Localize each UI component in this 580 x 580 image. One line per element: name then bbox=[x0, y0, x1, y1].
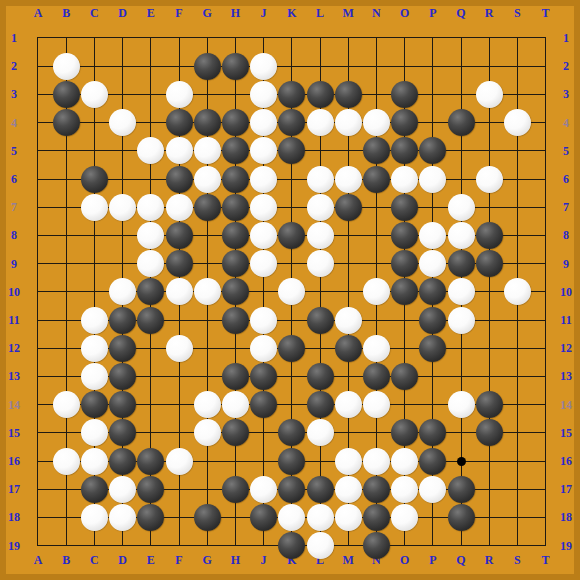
col-label-top: C bbox=[82, 6, 106, 20]
white-stone[interactable] bbox=[448, 278, 475, 305]
white-stone[interactable] bbox=[363, 391, 390, 418]
white-stone[interactable] bbox=[307, 222, 334, 249]
white-stone[interactable] bbox=[307, 504, 334, 531]
white-stone[interactable] bbox=[109, 194, 136, 221]
col-label-bottom: S bbox=[505, 553, 529, 567]
black-stone[interactable] bbox=[448, 250, 475, 277]
black-stone[interactable] bbox=[109, 307, 136, 334]
col-label-bottom: Q bbox=[449, 553, 473, 567]
row-label-left: 15 bbox=[2, 426, 26, 440]
row-label-right: 7 bbox=[554, 200, 578, 214]
black-stone[interactable] bbox=[307, 476, 334, 503]
black-stone[interactable] bbox=[335, 81, 362, 108]
black-stone[interactable] bbox=[448, 476, 475, 503]
black-stone[interactable] bbox=[137, 476, 164, 503]
white-stone[interactable] bbox=[194, 278, 221, 305]
black-stone[interactable] bbox=[222, 109, 249, 136]
row-label-left: 1 bbox=[2, 31, 26, 45]
white-stone[interactable] bbox=[335, 476, 362, 503]
black-stone[interactable] bbox=[53, 109, 80, 136]
col-label-bottom: G bbox=[195, 553, 219, 567]
black-stone[interactable] bbox=[194, 109, 221, 136]
black-stone[interactable] bbox=[250, 504, 277, 531]
black-stone[interactable] bbox=[391, 81, 418, 108]
col-label-top: J bbox=[252, 6, 276, 20]
row-label-left: 4 bbox=[2, 116, 26, 130]
col-label-top: H bbox=[223, 6, 247, 20]
white-stone[interactable] bbox=[250, 194, 277, 221]
col-label-bottom: F bbox=[167, 553, 191, 567]
black-stone[interactable] bbox=[278, 222, 305, 249]
row-label-right: 4 bbox=[554, 116, 578, 130]
col-label-bottom: O bbox=[393, 553, 417, 567]
black-stone[interactable] bbox=[476, 250, 503, 277]
black-stone[interactable] bbox=[166, 166, 193, 193]
black-stone[interactable] bbox=[307, 391, 334, 418]
black-stone[interactable] bbox=[476, 391, 503, 418]
col-label-top: F bbox=[167, 6, 191, 20]
white-stone[interactable] bbox=[448, 194, 475, 221]
col-label-bottom: E bbox=[139, 553, 163, 567]
white-stone[interactable] bbox=[363, 109, 390, 136]
black-stone[interactable] bbox=[81, 391, 108, 418]
black-stone[interactable] bbox=[53, 81, 80, 108]
black-stone[interactable] bbox=[194, 53, 221, 80]
white-stone[interactable] bbox=[166, 335, 193, 362]
row-label-left: 13 bbox=[2, 369, 26, 383]
white-stone[interactable] bbox=[335, 166, 362, 193]
black-stone[interactable] bbox=[222, 363, 249, 390]
white-stone[interactable] bbox=[166, 137, 193, 164]
black-stone[interactable] bbox=[222, 222, 249, 249]
white-stone[interactable] bbox=[307, 166, 334, 193]
black-stone[interactable] bbox=[222, 250, 249, 277]
row-label-left: 14 bbox=[2, 398, 26, 412]
white-stone[interactable] bbox=[137, 222, 164, 249]
white-stone[interactable] bbox=[307, 532, 334, 559]
white-stone[interactable] bbox=[250, 109, 277, 136]
white-stone[interactable] bbox=[194, 166, 221, 193]
white-stone[interactable] bbox=[194, 391, 221, 418]
white-stone[interactable] bbox=[335, 307, 362, 334]
col-label-bottom: C bbox=[82, 553, 106, 567]
white-stone[interactable] bbox=[81, 504, 108, 531]
black-stone[interactable] bbox=[363, 137, 390, 164]
black-stone[interactable] bbox=[335, 335, 362, 362]
row-label-right: 14 bbox=[554, 398, 578, 412]
black-stone[interactable] bbox=[109, 448, 136, 475]
white-stone[interactable] bbox=[504, 109, 531, 136]
col-label-bottom: R bbox=[477, 553, 501, 567]
black-stone[interactable] bbox=[307, 307, 334, 334]
white-stone[interactable] bbox=[307, 109, 334, 136]
row-label-right: 3 bbox=[554, 87, 578, 101]
white-stone[interactable] bbox=[250, 250, 277, 277]
row-label-left: 2 bbox=[2, 59, 26, 73]
col-label-top: O bbox=[393, 6, 417, 20]
white-stone[interactable] bbox=[307, 250, 334, 277]
col-label-top: B bbox=[54, 6, 78, 20]
black-stone[interactable] bbox=[278, 448, 305, 475]
black-stone[interactable] bbox=[81, 476, 108, 503]
black-stone[interactable] bbox=[222, 307, 249, 334]
col-label-bottom: H bbox=[223, 553, 247, 567]
black-stone[interactable] bbox=[335, 194, 362, 221]
white-stone[interactable] bbox=[335, 448, 362, 475]
white-stone[interactable] bbox=[476, 81, 503, 108]
black-stone[interactable] bbox=[278, 476, 305, 503]
white-stone[interactable] bbox=[81, 194, 108, 221]
row-label-left: 7 bbox=[2, 200, 26, 214]
row-label-right: 15 bbox=[554, 426, 578, 440]
col-label-top: Q bbox=[449, 6, 473, 20]
black-stone[interactable] bbox=[391, 222, 418, 249]
black-stone[interactable] bbox=[194, 194, 221, 221]
white-stone[interactable] bbox=[109, 109, 136, 136]
white-stone[interactable] bbox=[166, 278, 193, 305]
col-label-top: D bbox=[111, 6, 135, 20]
white-stone[interactable] bbox=[222, 391, 249, 418]
white-stone[interactable] bbox=[448, 307, 475, 334]
black-stone[interactable] bbox=[363, 363, 390, 390]
white-stone[interactable] bbox=[250, 307, 277, 334]
go-board: AABBCCDDEEFFGGHHJJKKLLMMNNOOPPQQRRSSTT11… bbox=[0, 0, 580, 580]
black-stone[interactable] bbox=[250, 391, 277, 418]
white-stone[interactable] bbox=[250, 53, 277, 80]
black-stone[interactable] bbox=[391, 363, 418, 390]
row-label-left: 11 bbox=[2, 313, 26, 327]
white-stone[interactable] bbox=[278, 504, 305, 531]
white-stone[interactable] bbox=[307, 194, 334, 221]
black-stone[interactable] bbox=[109, 335, 136, 362]
row-label-right: 9 bbox=[554, 257, 578, 271]
row-label-left: 10 bbox=[2, 285, 26, 299]
row-label-right: 18 bbox=[554, 510, 578, 524]
black-stone[interactable] bbox=[222, 53, 249, 80]
black-stone[interactable] bbox=[278, 81, 305, 108]
black-stone[interactable] bbox=[419, 307, 446, 334]
white-stone[interactable] bbox=[391, 476, 418, 503]
black-stone[interactable] bbox=[250, 363, 277, 390]
col-label-top: E bbox=[139, 6, 163, 20]
black-stone[interactable] bbox=[448, 109, 475, 136]
black-stone[interactable] bbox=[222, 278, 249, 305]
row-label-right: 12 bbox=[554, 341, 578, 355]
white-stone[interactable] bbox=[109, 504, 136, 531]
white-stone[interactable] bbox=[166, 81, 193, 108]
black-stone[interactable] bbox=[419, 448, 446, 475]
row-label-left: 5 bbox=[2, 144, 26, 158]
col-label-top: G bbox=[195, 6, 219, 20]
white-stone[interactable] bbox=[81, 307, 108, 334]
white-stone[interactable] bbox=[391, 166, 418, 193]
col-label-top: T bbox=[534, 6, 558, 20]
black-stone[interactable] bbox=[109, 363, 136, 390]
white-stone[interactable] bbox=[391, 448, 418, 475]
row-label-right: 2 bbox=[554, 59, 578, 73]
col-label-top: L bbox=[308, 6, 332, 20]
black-stone[interactable] bbox=[222, 476, 249, 503]
white-stone[interactable] bbox=[81, 448, 108, 475]
white-stone[interactable] bbox=[250, 222, 277, 249]
row-label-left: 8 bbox=[2, 228, 26, 242]
col-label-top: M bbox=[336, 6, 360, 20]
white-stone[interactable] bbox=[53, 391, 80, 418]
black-stone[interactable] bbox=[391, 109, 418, 136]
black-stone[interactable] bbox=[222, 137, 249, 164]
row-label-right: 17 bbox=[554, 482, 578, 496]
white-stone[interactable] bbox=[137, 194, 164, 221]
row-label-left: 9 bbox=[2, 257, 26, 271]
row-label-left: 3 bbox=[2, 87, 26, 101]
white-stone[interactable] bbox=[335, 109, 362, 136]
white-stone[interactable] bbox=[194, 419, 221, 446]
col-label-bottom: P bbox=[421, 553, 445, 567]
black-stone[interactable] bbox=[391, 250, 418, 277]
black-stone[interactable] bbox=[137, 307, 164, 334]
grid-line-v bbox=[489, 38, 490, 546]
black-stone[interactable] bbox=[222, 166, 249, 193]
black-stone[interactable] bbox=[363, 166, 390, 193]
white-stone[interactable] bbox=[81, 81, 108, 108]
black-stone[interactable] bbox=[363, 476, 390, 503]
white-stone[interactable] bbox=[250, 81, 277, 108]
white-stone[interactable] bbox=[363, 278, 390, 305]
row-label-left: 18 bbox=[2, 510, 26, 524]
row-label-right: 11 bbox=[554, 313, 578, 327]
black-stone[interactable] bbox=[222, 194, 249, 221]
black-stone[interactable] bbox=[81, 166, 108, 193]
white-stone[interactable] bbox=[448, 391, 475, 418]
white-stone[interactable] bbox=[53, 53, 80, 80]
white-stone[interactable] bbox=[335, 504, 362, 531]
col-label-bottom: D bbox=[111, 553, 135, 567]
black-stone[interactable] bbox=[363, 504, 390, 531]
col-label-top: A bbox=[26, 6, 50, 20]
white-stone[interactable] bbox=[391, 504, 418, 531]
black-stone[interactable] bbox=[307, 81, 334, 108]
white-stone[interactable] bbox=[448, 222, 475, 249]
black-stone[interactable] bbox=[109, 391, 136, 418]
white-stone[interactable] bbox=[81, 335, 108, 362]
white-stone[interactable] bbox=[166, 194, 193, 221]
black-stone[interactable] bbox=[137, 448, 164, 475]
row-label-left: 12 bbox=[2, 341, 26, 355]
white-stone[interactable] bbox=[419, 222, 446, 249]
black-stone[interactable] bbox=[166, 109, 193, 136]
row-label-right: 10 bbox=[554, 285, 578, 299]
col-label-bottom: A bbox=[26, 553, 50, 567]
col-label-top: K bbox=[280, 6, 304, 20]
row-label-left: 17 bbox=[2, 482, 26, 496]
white-stone[interactable] bbox=[476, 166, 503, 193]
white-stone[interactable] bbox=[53, 448, 80, 475]
white-stone[interactable] bbox=[250, 166, 277, 193]
black-stone[interactable] bbox=[448, 504, 475, 531]
col-label-top: S bbox=[505, 6, 529, 20]
col-label-top: R bbox=[477, 6, 501, 20]
white-stone[interactable] bbox=[363, 448, 390, 475]
black-stone[interactable] bbox=[476, 419, 503, 446]
col-label-bottom: J bbox=[252, 553, 276, 567]
white-stone[interactable] bbox=[166, 448, 193, 475]
row-label-right: 8 bbox=[554, 228, 578, 242]
black-stone[interactable] bbox=[166, 222, 193, 249]
white-stone[interactable] bbox=[250, 476, 277, 503]
white-stone[interactable] bbox=[109, 476, 136, 503]
star-point bbox=[457, 457, 466, 466]
row-label-left: 16 bbox=[2, 454, 26, 468]
black-stone[interactable] bbox=[391, 194, 418, 221]
white-stone[interactable] bbox=[307, 419, 334, 446]
white-stone[interactable] bbox=[419, 166, 446, 193]
black-stone[interactable] bbox=[166, 250, 193, 277]
white-stone[interactable] bbox=[194, 137, 221, 164]
white-stone[interactable] bbox=[419, 476, 446, 503]
row-label-left: 6 bbox=[2, 172, 26, 186]
col-label-top: N bbox=[364, 6, 388, 20]
col-label-top: P bbox=[421, 6, 445, 20]
row-label-right: 19 bbox=[554, 539, 578, 553]
black-stone[interactable] bbox=[476, 222, 503, 249]
black-stone[interactable] bbox=[278, 335, 305, 362]
black-stone[interactable] bbox=[307, 363, 334, 390]
col-label-bottom: B bbox=[54, 553, 78, 567]
row-label-right: 16 bbox=[554, 454, 578, 468]
black-stone[interactable] bbox=[222, 419, 249, 446]
white-stone[interactable] bbox=[81, 419, 108, 446]
white-stone[interactable] bbox=[504, 278, 531, 305]
white-stone[interactable] bbox=[250, 335, 277, 362]
black-stone[interactable] bbox=[419, 335, 446, 362]
row-label-left: 19 bbox=[2, 539, 26, 553]
col-label-bottom: M bbox=[336, 553, 360, 567]
black-stone[interactable] bbox=[363, 532, 390, 559]
row-label-right: 5 bbox=[554, 144, 578, 158]
black-stone[interactable] bbox=[194, 504, 221, 531]
white-stone[interactable] bbox=[81, 363, 108, 390]
white-stone[interactable] bbox=[363, 335, 390, 362]
row-label-right: 13 bbox=[554, 369, 578, 383]
col-label-bottom: T bbox=[534, 553, 558, 567]
row-label-right: 6 bbox=[554, 172, 578, 186]
black-stone[interactable] bbox=[137, 504, 164, 531]
row-label-right: 1 bbox=[554, 31, 578, 45]
white-stone[interactable] bbox=[335, 391, 362, 418]
